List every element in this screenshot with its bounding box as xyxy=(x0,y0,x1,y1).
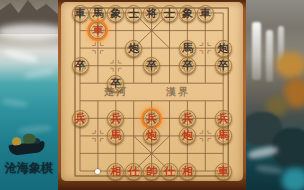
piece-red-兵[interactable]: 兵 xyxy=(107,110,124,127)
move-origin-dot xyxy=(95,169,100,174)
piece-red-相[interactable]: 相 xyxy=(107,163,124,180)
piece-black-馬[interactable]: 馬 xyxy=(89,5,106,22)
river-rapid xyxy=(4,48,39,64)
mist xyxy=(0,24,58,40)
piece-character: 炮 xyxy=(128,42,139,53)
river-rapid xyxy=(18,124,53,135)
waterfall xyxy=(266,30,273,82)
piece-black-車[interactable]: 車 xyxy=(197,5,214,22)
piece-black-卒[interactable]: 卒 xyxy=(107,75,124,92)
piece-black-炮[interactable]: 炮 xyxy=(215,40,232,57)
game-screen: 沧海象棋 楚河 漢界 車馬象士将士象車車炮馬炮卒卒卒卒卒兵兵兵兵兵馬炮炮馬相仕帥… xyxy=(0,0,304,190)
piece-character: 馬 xyxy=(218,130,229,141)
river-rapid xyxy=(2,98,29,108)
waterfall xyxy=(252,22,261,80)
piece-character: 炮 xyxy=(146,130,157,141)
piece-character: 馬 xyxy=(92,7,103,18)
piece-character: 車 xyxy=(218,165,229,176)
piece-character: 仕 xyxy=(164,165,175,176)
piece-character: 卒 xyxy=(146,60,157,71)
piece-character: 兵 xyxy=(146,112,157,123)
piece-character: 帥 xyxy=(146,165,157,176)
boat-logo xyxy=(8,141,45,156)
piece-black-車[interactable]: 車 xyxy=(72,5,89,22)
piece-black-士[interactable]: 士 xyxy=(161,5,178,22)
piece-character: 兵 xyxy=(75,112,86,123)
autumn-foliage xyxy=(276,52,304,78)
piece-red-仕[interactable]: 仕 xyxy=(161,163,178,180)
board-grid xyxy=(58,0,246,190)
watermark-text: 沧海象棋 xyxy=(0,160,58,177)
river-rapid xyxy=(24,67,55,79)
piece-black-卒[interactable]: 卒 xyxy=(179,57,196,74)
piece-character: 仕 xyxy=(128,165,139,176)
piece-character: 士 xyxy=(164,7,175,18)
piece-black-象[interactable]: 象 xyxy=(107,5,124,22)
piece-black-卒[interactable]: 卒 xyxy=(72,57,89,74)
piece-character: 士 xyxy=(128,7,139,18)
piece-character: 車 xyxy=(200,7,211,18)
xiangqi-board: 楚河 漢界 車馬象士将士象車車炮馬炮卒卒卒卒卒兵兵兵兵兵馬炮炮馬相仕帥仕相車 xyxy=(58,0,246,190)
piece-red-仕[interactable]: 仕 xyxy=(125,163,142,180)
piece-character: 将 xyxy=(146,7,157,18)
piece-red-車[interactable]: 車 xyxy=(215,163,232,180)
piece-character: 炮 xyxy=(182,130,193,141)
piece-red-兵[interactable]: 兵 xyxy=(72,110,89,127)
piece-black-卒[interactable]: 卒 xyxy=(215,57,232,74)
piece-red-兵[interactable]: 兵 xyxy=(143,110,160,127)
left-scenery-photo: 沧海象棋 xyxy=(0,0,58,190)
piece-character: 炮 xyxy=(218,42,229,53)
piece-character: 車 xyxy=(92,25,103,36)
piece-red-帥[interactable]: 帥 xyxy=(143,163,160,180)
piece-character: 兵 xyxy=(110,112,121,123)
piece-character: 相 xyxy=(182,165,193,176)
piece-character: 卒 xyxy=(110,77,121,88)
piece-black-馬[interactable]: 馬 xyxy=(179,40,196,57)
piece-character: 卒 xyxy=(218,60,229,71)
piece-character: 象 xyxy=(182,7,193,18)
piece-black-炮[interactable]: 炮 xyxy=(125,40,142,57)
piece-black-士[interactable]: 士 xyxy=(125,5,142,22)
river-label-right: 漢界 xyxy=(166,85,190,99)
piece-character: 卒 xyxy=(75,60,86,71)
piece-red-兵[interactable]: 兵 xyxy=(215,110,232,127)
piece-character: 馬 xyxy=(182,42,193,53)
piece-character: 車 xyxy=(75,7,86,18)
piece-character: 相 xyxy=(110,165,121,176)
piece-red-兵[interactable]: 兵 xyxy=(179,110,196,127)
piece-character: 卒 xyxy=(182,60,193,71)
piece-character: 兵 xyxy=(182,112,193,123)
piece-character: 馬 xyxy=(110,130,121,141)
piece-character: 象 xyxy=(110,7,121,18)
piece-red-相[interactable]: 相 xyxy=(179,163,196,180)
piece-character: 兵 xyxy=(218,112,229,123)
piece-red-馬[interactable]: 馬 xyxy=(215,127,232,144)
piece-black-将[interactable]: 将 xyxy=(143,5,160,22)
piece-black-象[interactable]: 象 xyxy=(179,5,196,22)
teal-water xyxy=(282,168,304,190)
right-scenery-photo xyxy=(246,0,304,190)
water-spray xyxy=(256,164,283,175)
